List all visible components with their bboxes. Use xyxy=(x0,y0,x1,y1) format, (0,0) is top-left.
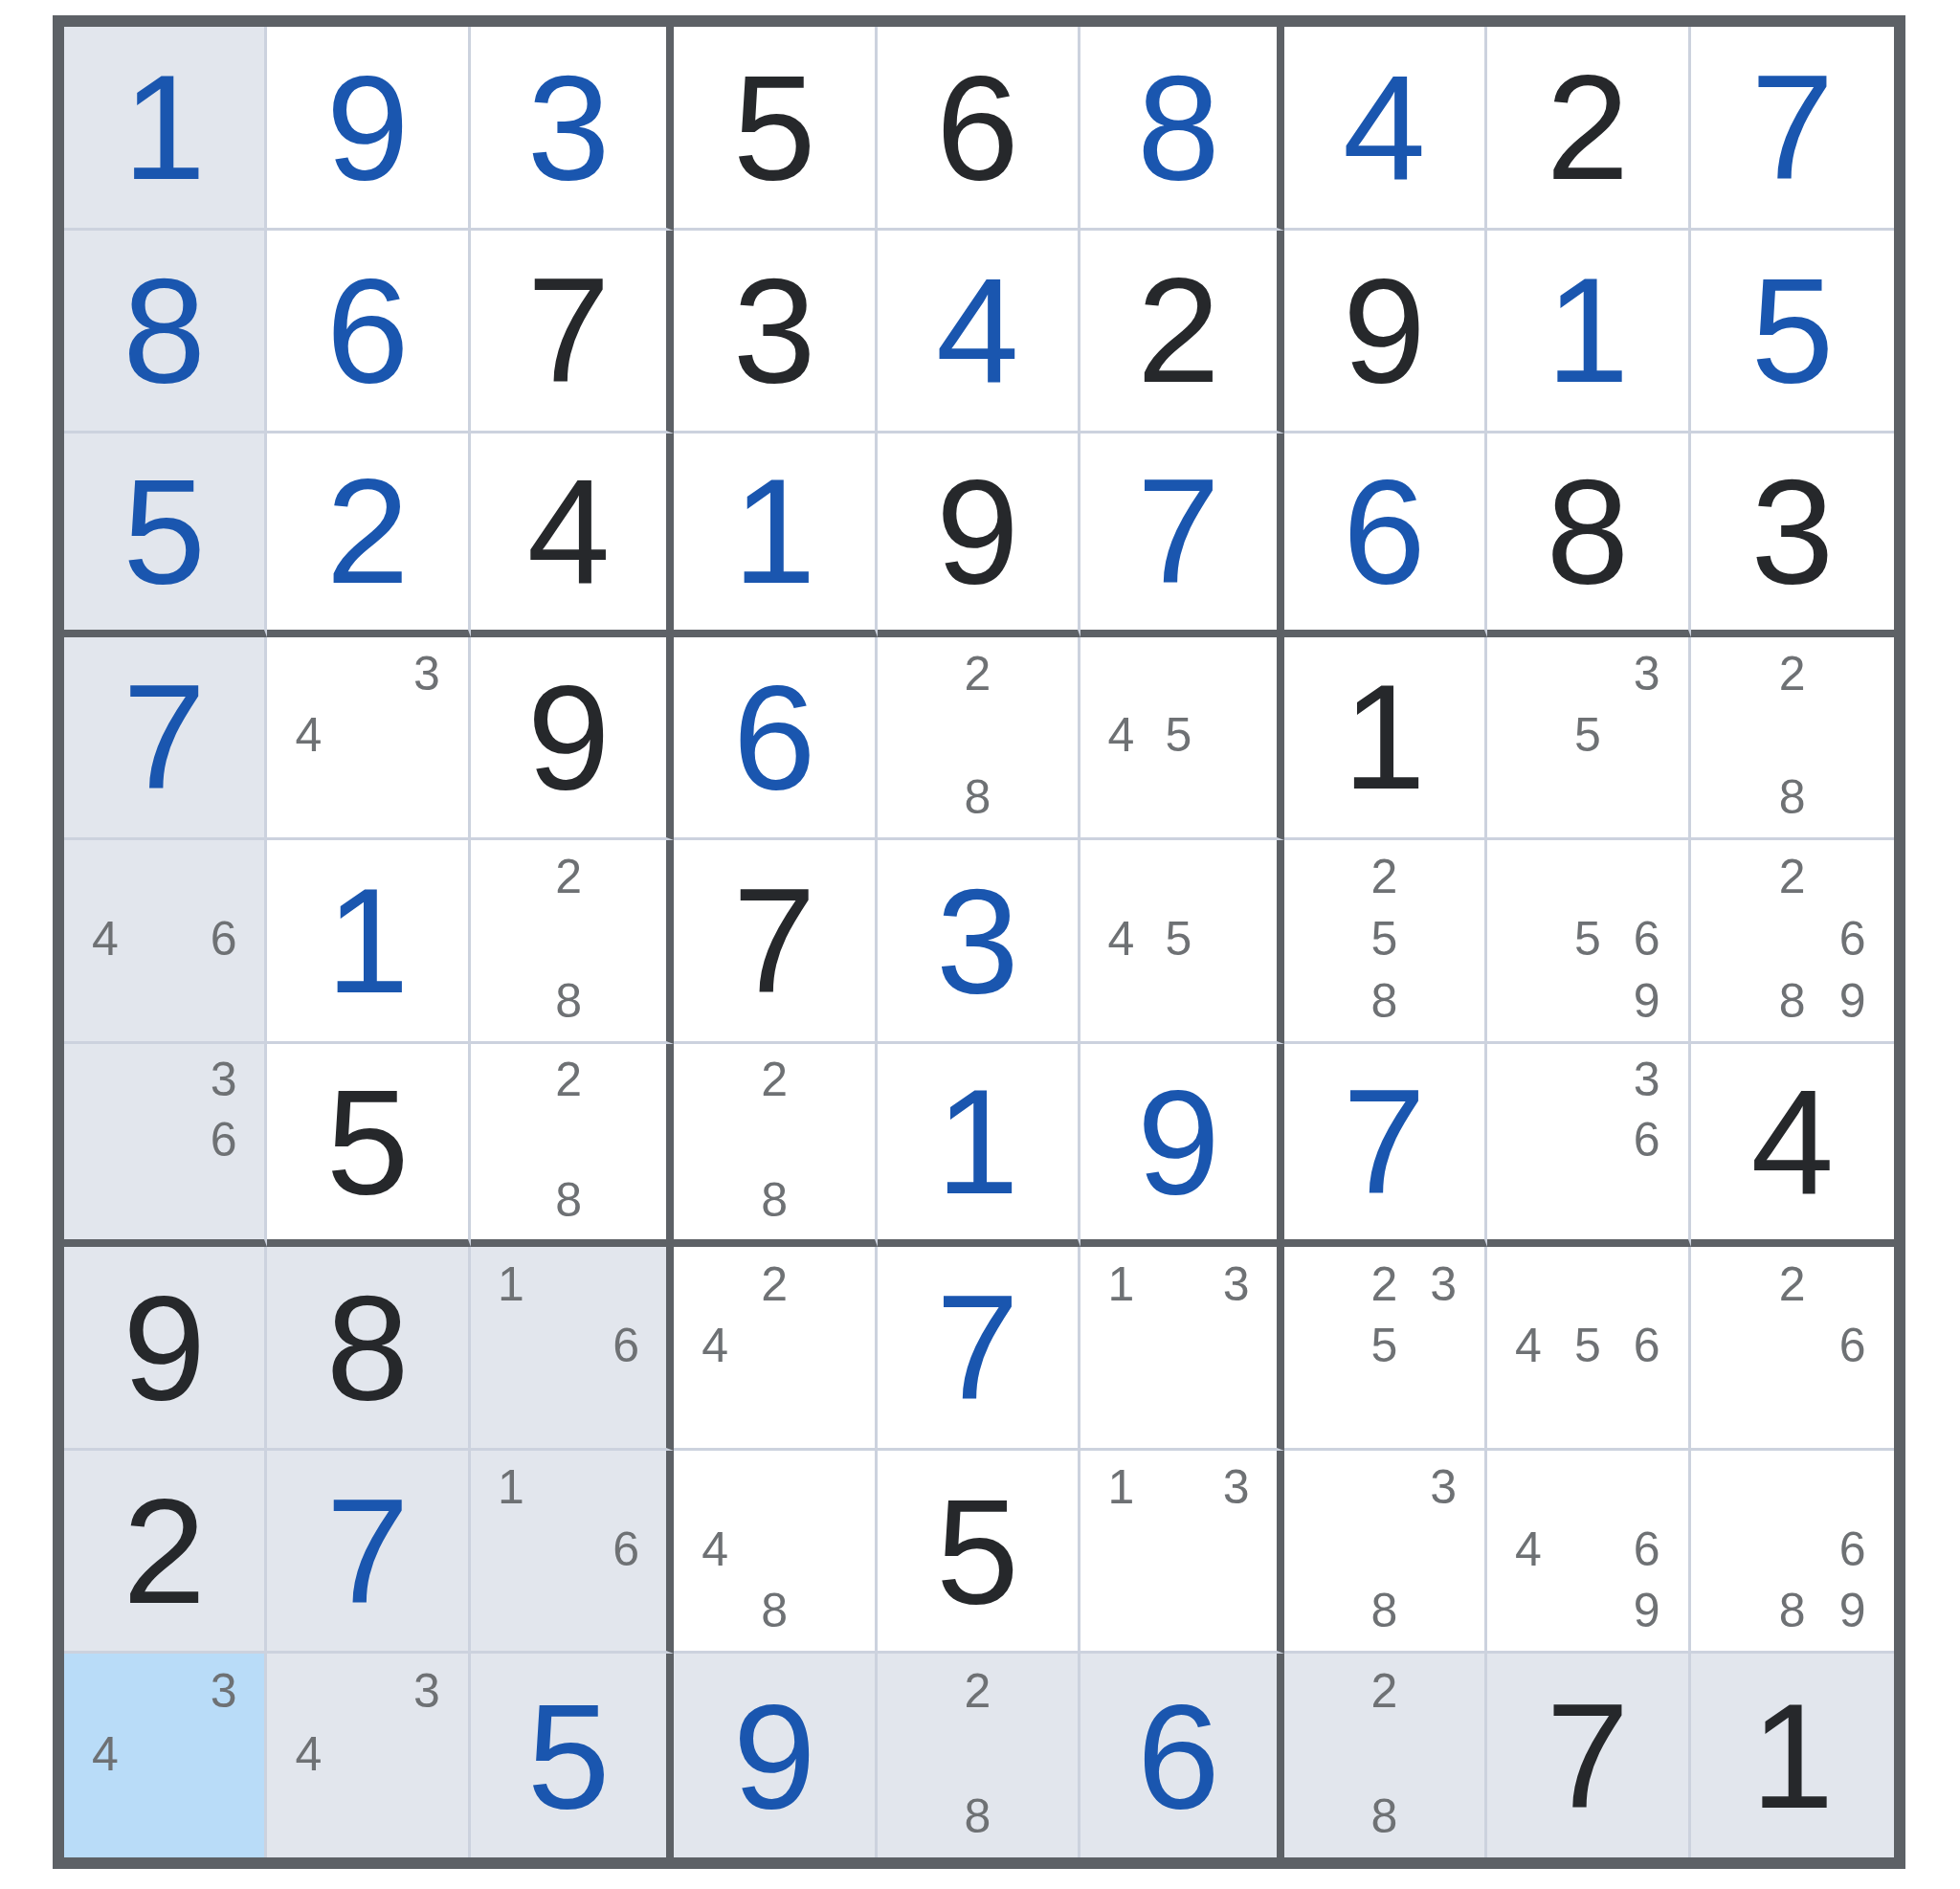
candidate-digit: 5 xyxy=(1354,1315,1414,1377)
cell-r2c7[interactable]: 9 xyxy=(1284,231,1487,434)
cell-value: 7 xyxy=(936,1273,1019,1422)
cell-value: 4 xyxy=(1343,53,1426,202)
candidate-digit: 2 xyxy=(540,1050,597,1110)
cell-r2c9[interactable]: 5 xyxy=(1691,231,1894,434)
cell-value: 9 xyxy=(122,1273,206,1422)
cell-r9c2[interactable]: 34 xyxy=(267,1654,470,1857)
candidate-digit: 3 xyxy=(194,1659,254,1722)
candidates-grid: 13 xyxy=(1092,1456,1264,1642)
cell-r4c8[interactable]: 35 xyxy=(1487,637,1690,841)
candidate-digit: 9 xyxy=(1822,969,1882,1032)
cell-r2c3[interactable]: 7 xyxy=(471,231,674,434)
candidate-digit: 8 xyxy=(1354,1580,1414,1642)
candidate-digit: 5 xyxy=(1558,1315,1617,1377)
cell-r9c9[interactable]: 1 xyxy=(1691,1654,1894,1857)
cell-r2c6[interactable]: 2 xyxy=(1080,231,1283,434)
cell-r2c8[interactable]: 1 xyxy=(1487,231,1690,434)
cell-r7c2[interactable]: 8 xyxy=(267,1247,470,1451)
cell-r1c2[interactable]: 9 xyxy=(267,27,470,231)
candidate-digit: 5 xyxy=(1354,908,1414,970)
candidates-grid: 36 xyxy=(1499,1050,1676,1231)
candidate-digit: 8 xyxy=(948,1785,1008,1848)
candidates-grid: 16 xyxy=(482,1456,655,1642)
cell-r8c7[interactable]: 38 xyxy=(1284,1451,1487,1655)
cell-value: 2 xyxy=(1137,256,1220,405)
cell-r4c1[interactable]: 7 xyxy=(64,637,267,841)
cell-value: 5 xyxy=(527,1681,611,1831)
candidate-digit: 8 xyxy=(1762,1580,1822,1642)
cell-r6c7[interactable]: 7 xyxy=(1284,1044,1487,1248)
candidate-digit: 5 xyxy=(1149,704,1207,767)
cell-r5c9[interactable]: 2689 xyxy=(1691,840,1894,1044)
candidate-digit: 8 xyxy=(1354,1785,1414,1848)
cell-r2c2[interactable]: 6 xyxy=(267,231,470,434)
candidate-digit: 8 xyxy=(948,767,1008,829)
cell-r4c6[interactable]: 45 xyxy=(1080,637,1283,841)
sudoku-board: 1935684278673429155241976837349628451352… xyxy=(53,15,1905,1869)
candidate-digit: 1 xyxy=(1092,1253,1149,1315)
candidate-digit: 1 xyxy=(482,1456,540,1519)
candidate-digit: 9 xyxy=(1617,1580,1677,1642)
cell-value: 6 xyxy=(1137,1681,1220,1831)
cell-r5c5[interactable]: 3 xyxy=(878,840,1080,1044)
cell-r9c1[interactable]: 34 xyxy=(64,1654,267,1857)
cell-value: 2 xyxy=(326,456,410,606)
cell-value: 1 xyxy=(122,53,206,202)
candidate-digit: 6 xyxy=(194,1110,254,1170)
cell-r4c4[interactable]: 6 xyxy=(674,637,877,841)
candidate-digit: 3 xyxy=(1208,1456,1265,1519)
cell-value: 8 xyxy=(1137,53,1220,202)
cell-value: 4 xyxy=(527,456,611,606)
cell-r7c8[interactable]: 456 xyxy=(1487,1247,1690,1451)
cell-r8c2[interactable]: 7 xyxy=(267,1451,470,1655)
cell-r5c6[interactable]: 45 xyxy=(1080,840,1283,1044)
cell-value: 5 xyxy=(1750,256,1834,405)
cell-r6c9[interactable]: 4 xyxy=(1691,1044,1894,1248)
cell-value: 2 xyxy=(1546,53,1629,202)
candidate-digit: 2 xyxy=(745,1050,804,1110)
cell-r5c7[interactable]: 258 xyxy=(1284,840,1487,1044)
candidate-digit: 4 xyxy=(278,704,338,767)
candidates-grid: 34 xyxy=(76,1659,253,1848)
cell-r3c6[interactable]: 7 xyxy=(1080,433,1283,637)
cell-r6c4[interactable]: 28 xyxy=(674,1044,877,1248)
candidate-digit: 8 xyxy=(540,1169,597,1230)
cell-value: 6 xyxy=(326,256,410,405)
cell-value: 3 xyxy=(527,53,611,202)
cell-r4c2[interactable]: 34 xyxy=(267,637,470,841)
candidate-digit: 5 xyxy=(1558,704,1617,767)
candidates-grid: 28 xyxy=(889,1659,1066,1848)
cell-r5c1[interactable]: 46 xyxy=(64,840,267,1044)
candidate-digit: 2 xyxy=(1354,1253,1414,1315)
cell-r4c3[interactable]: 9 xyxy=(471,637,674,841)
candidate-digit: 5 xyxy=(1149,908,1207,970)
cell-value: 9 xyxy=(733,1681,816,1831)
cell-value: 1 xyxy=(1750,1681,1834,1831)
cell-r3c5[interactable]: 9 xyxy=(878,433,1080,637)
cell-value: 1 xyxy=(1546,256,1629,405)
cell-r7c4[interactable]: 24 xyxy=(674,1247,877,1451)
cell-r8c9[interactable]: 689 xyxy=(1691,1451,1894,1655)
cell-value: 8 xyxy=(326,1273,410,1422)
cell-value: 9 xyxy=(1137,1067,1220,1216)
cell-value: 7 xyxy=(1546,1681,1629,1831)
candidates-grid: 689 xyxy=(1703,1456,1882,1642)
cell-r9c6[interactable]: 6 xyxy=(1080,1654,1283,1857)
candidates-grid: 26 xyxy=(1703,1253,1882,1438)
cell-value: 7 xyxy=(1137,456,1220,606)
candidate-digit: 6 xyxy=(1822,908,1882,970)
candidate-digit: 2 xyxy=(1354,1659,1414,1722)
cell-value: 7 xyxy=(527,256,611,405)
candidate-digit: 4 xyxy=(685,1315,745,1377)
cell-value: 6 xyxy=(733,662,816,811)
candidates-grid: 45 xyxy=(1092,846,1264,1032)
cell-value: 5 xyxy=(733,53,816,202)
cell-r4c9[interactable]: 28 xyxy=(1691,637,1894,841)
candidate-digit: 8 xyxy=(1762,767,1822,829)
cell-value: 4 xyxy=(1750,1067,1834,1216)
candidates-grid: 28 xyxy=(1296,1659,1473,1848)
cell-r5c4[interactable]: 7 xyxy=(674,840,877,1044)
candidate-digit: 6 xyxy=(1617,1110,1677,1170)
candidate-digit: 3 xyxy=(397,1659,457,1722)
cell-r6c8[interactable]: 36 xyxy=(1487,1044,1690,1248)
cell-r1c3[interactable]: 3 xyxy=(471,27,674,231)
candidate-digit: 2 xyxy=(1762,1253,1822,1315)
cell-value: 7 xyxy=(1343,1067,1426,1216)
candidate-digit: 6 xyxy=(1617,908,1677,970)
cell-r9c8[interactable]: 7 xyxy=(1487,1654,1690,1857)
candidate-digit: 1 xyxy=(482,1253,540,1315)
cell-value: 6 xyxy=(1343,456,1426,606)
cell-r8c3[interactable]: 16 xyxy=(471,1451,674,1655)
cell-r8c5[interactable]: 5 xyxy=(878,1451,1080,1655)
cell-value: 3 xyxy=(936,866,1019,1015)
cell-r3c2[interactable]: 2 xyxy=(267,433,470,637)
candidate-digit: 4 xyxy=(685,1518,745,1580)
candidates-grid: 469 xyxy=(1499,1456,1676,1642)
candidate-digit: 4 xyxy=(1499,1315,1558,1377)
cell-value: 3 xyxy=(733,256,816,405)
cell-value: 1 xyxy=(733,456,816,606)
cell-value: 4 xyxy=(936,256,1019,405)
candidate-digit: 2 xyxy=(1354,846,1414,908)
cell-r6c5[interactable]: 1 xyxy=(878,1044,1080,1248)
candidate-digit: 8 xyxy=(1762,969,1822,1032)
cell-r1c5[interactable]: 6 xyxy=(878,27,1080,231)
candidates-grid: 48 xyxy=(685,1456,862,1642)
cell-r3c7[interactable]: 6 xyxy=(1284,433,1487,637)
candidate-digit: 2 xyxy=(948,1659,1008,1722)
cell-r7c6[interactable]: 13 xyxy=(1080,1247,1283,1451)
candidate-digit: 6 xyxy=(1822,1518,1882,1580)
cell-value: 5 xyxy=(326,1067,410,1216)
candidate-digit: 6 xyxy=(194,908,254,970)
candidates-grid: 456 xyxy=(1499,1253,1676,1438)
candidate-digit: 6 xyxy=(597,1518,655,1580)
cell-r5c2[interactable]: 1 xyxy=(267,840,470,1044)
candidate-digit: 2 xyxy=(1762,643,1822,705)
candidates-grid: 28 xyxy=(1703,643,1882,829)
cell-value: 9 xyxy=(1343,256,1426,405)
cell-value: 6 xyxy=(936,53,1019,202)
cell-value: 7 xyxy=(1750,53,1834,202)
cell-value: 2 xyxy=(122,1477,206,1626)
candidate-digit: 6 xyxy=(1617,1315,1677,1377)
candidate-digit: 6 xyxy=(597,1315,655,1377)
cell-r8c4[interactable]: 48 xyxy=(674,1451,877,1655)
cell-value: 8 xyxy=(122,256,206,405)
cell-r5c8[interactable]: 569 xyxy=(1487,840,1690,1044)
candidate-digit: 3 xyxy=(1414,1456,1473,1519)
cell-r3c8[interactable]: 8 xyxy=(1487,433,1690,637)
cell-r6c6[interactable]: 9 xyxy=(1080,1044,1283,1248)
cell-r2c4[interactable]: 3 xyxy=(674,231,877,434)
candidate-digit: 4 xyxy=(1499,1518,1558,1580)
cell-value: 7 xyxy=(326,1477,410,1626)
cell-value: 1 xyxy=(936,1067,1019,1216)
cell-r1c4[interactable]: 5 xyxy=(674,27,877,231)
cell-value: 7 xyxy=(122,662,206,811)
cell-r5c3[interactable]: 28 xyxy=(471,840,674,1044)
candidates-grid: 2689 xyxy=(1703,846,1882,1032)
candidate-digit: 3 xyxy=(1617,643,1677,705)
cell-value: 1 xyxy=(1343,662,1426,811)
candidate-digit: 3 xyxy=(1208,1253,1265,1315)
cell-r3c1[interactable]: 5 xyxy=(64,433,267,637)
cell-r1c7[interactable]: 4 xyxy=(1284,27,1487,231)
candidate-digit: 4 xyxy=(76,908,135,970)
candidate-digit: 1 xyxy=(1092,1456,1149,1519)
candidates-grid: 34 xyxy=(278,1659,456,1848)
cell-r9c4[interactable]: 9 xyxy=(674,1654,877,1857)
candidates-grid: 45 xyxy=(1092,643,1264,829)
cell-r8c6[interactable]: 13 xyxy=(1080,1451,1283,1655)
candidate-digit: 3 xyxy=(1414,1253,1473,1315)
candidates-grid: 569 xyxy=(1499,846,1676,1032)
cell-r7c5[interactable]: 7 xyxy=(878,1247,1080,1451)
candidates-grid: 13 xyxy=(1092,1253,1264,1438)
cell-r9c7[interactable]: 28 xyxy=(1284,1654,1487,1857)
candidates-grid: 16 xyxy=(482,1253,655,1438)
cell-r6c1[interactable]: 36 xyxy=(64,1044,267,1248)
candidates-grid: 35 xyxy=(1499,643,1676,829)
cell-r2c1[interactable]: 8 xyxy=(64,231,267,434)
candidates-grid: 28 xyxy=(685,1050,862,1231)
candidate-digit: 3 xyxy=(194,1050,254,1110)
cell-value: 8 xyxy=(1546,456,1629,606)
candidate-digit: 4 xyxy=(76,1722,135,1786)
cell-value: 9 xyxy=(936,456,1019,606)
candidate-digit: 8 xyxy=(745,1169,804,1230)
cell-value: 7 xyxy=(733,866,816,1015)
cell-r3c3[interactable]: 4 xyxy=(471,433,674,637)
candidate-digit: 8 xyxy=(540,969,597,1032)
cell-value: 5 xyxy=(122,456,206,606)
candidate-digit: 3 xyxy=(1617,1050,1677,1110)
cell-r7c7[interactable]: 235 xyxy=(1284,1247,1487,1451)
cell-r1c9[interactable]: 7 xyxy=(1691,27,1894,231)
candidates-grid: 28 xyxy=(482,1050,655,1231)
cell-value: 9 xyxy=(326,53,410,202)
cell-value: 1 xyxy=(326,866,410,1015)
cell-value: 9 xyxy=(527,662,611,811)
cell-r9c5[interactable]: 28 xyxy=(878,1654,1080,1857)
cell-value: 3 xyxy=(1750,456,1834,606)
candidate-digit: 2 xyxy=(745,1253,804,1315)
candidate-digit: 2 xyxy=(540,846,597,908)
cell-r7c9[interactable]: 26 xyxy=(1691,1247,1894,1451)
candidates-grid: 258 xyxy=(1296,846,1473,1032)
candidate-digit: 5 xyxy=(1558,908,1617,970)
candidate-digit: 9 xyxy=(1822,1580,1882,1642)
candidates-grid: 38 xyxy=(1296,1456,1473,1642)
candidate-digit: 2 xyxy=(948,643,1008,705)
candidates-grid: 24 xyxy=(685,1253,862,1438)
cell-r4c7[interactable]: 1 xyxy=(1284,637,1487,841)
cell-r3c9[interactable]: 3 xyxy=(1691,433,1894,637)
candidate-digit: 8 xyxy=(745,1580,804,1642)
candidate-digit: 6 xyxy=(1617,1518,1677,1580)
candidates-grid: 235 xyxy=(1296,1253,1473,1438)
candidates-grid: 36 xyxy=(76,1050,253,1231)
cell-r1c8[interactable]: 2 xyxy=(1487,27,1690,231)
candidate-digit: 4 xyxy=(1092,704,1149,767)
cell-value: 5 xyxy=(936,1477,1019,1626)
cell-r6c2[interactable]: 5 xyxy=(267,1044,470,1248)
cell-r7c3[interactable]: 16 xyxy=(471,1247,674,1451)
cell-r3c4[interactable]: 1 xyxy=(674,433,877,637)
candidate-digit: 3 xyxy=(397,643,457,705)
cell-r1c1[interactable]: 1 xyxy=(64,27,267,231)
cell-r8c8[interactable]: 469 xyxy=(1487,1451,1690,1655)
cell-r1c6[interactable]: 8 xyxy=(1080,27,1283,231)
candidate-digit: 8 xyxy=(1354,969,1414,1032)
candidates-grid: 28 xyxy=(889,643,1066,829)
cell-r7c1[interactable]: 9 xyxy=(64,1247,267,1451)
candidates-grid: 34 xyxy=(278,643,456,829)
cell-r9c3[interactable]: 5 xyxy=(471,1654,674,1857)
candidates-grid: 28 xyxy=(482,846,655,1032)
cell-r8c1[interactable]: 2 xyxy=(64,1451,267,1655)
candidate-digit: 9 xyxy=(1617,969,1677,1032)
cell-r4c5[interactable]: 28 xyxy=(878,637,1080,841)
candidates-grid: 46 xyxy=(76,846,253,1032)
candidate-digit: 2 xyxy=(1762,846,1822,908)
candidate-digit: 4 xyxy=(1092,908,1149,970)
candidate-digit: 4 xyxy=(278,1722,338,1786)
candidate-digit: 6 xyxy=(1822,1315,1882,1377)
cell-r2c5[interactable]: 4 xyxy=(878,231,1080,434)
cell-r6c3[interactable]: 28 xyxy=(471,1044,674,1248)
